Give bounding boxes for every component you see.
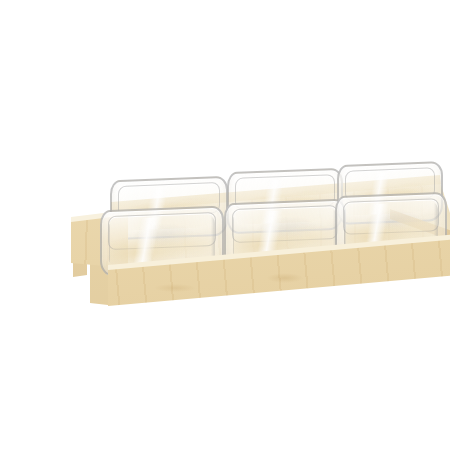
product-photo	[40, 16, 450, 450]
